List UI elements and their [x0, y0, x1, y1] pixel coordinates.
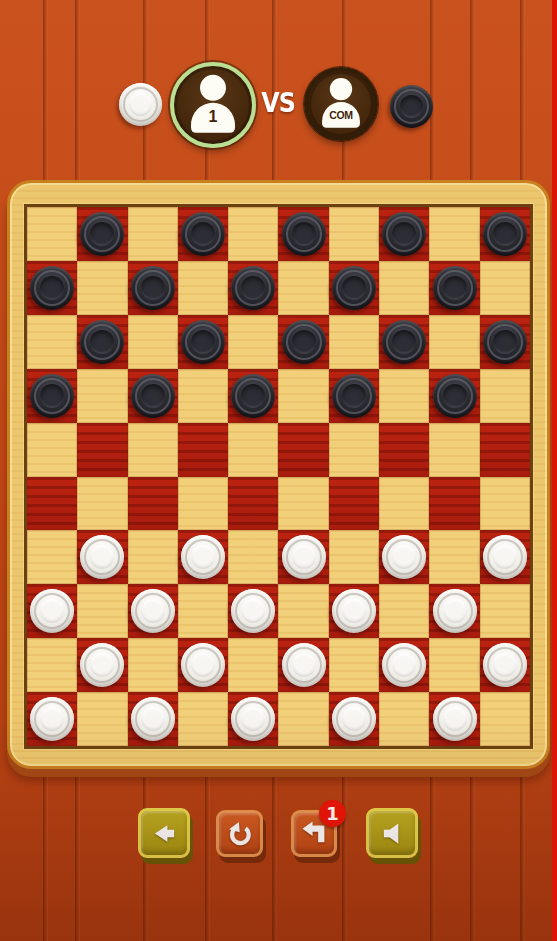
- player-avatar: 1: [170, 62, 256, 148]
- white-piece[interactable]: [80, 535, 124, 579]
- board-square[interactable]: [329, 315, 379, 369]
- black-piece[interactable]: [80, 212, 124, 256]
- board-square[interactable]: [228, 207, 278, 261]
- sound-button[interactable]: [366, 808, 418, 858]
- board-square[interactable]: [329, 423, 379, 477]
- board-square[interactable]: [429, 584, 479, 638]
- board-square[interactable]: [329, 584, 379, 638]
- board-square[interactable]: [178, 261, 228, 315]
- right-edge-strip: [552, 0, 557, 941]
- board-square[interactable]: [278, 207, 328, 261]
- board-square[interactable]: [77, 584, 127, 638]
- board-square[interactable]: [128, 369, 178, 423]
- opponent-avatar: COM: [304, 67, 378, 141]
- board-square[interactable]: [480, 477, 530, 531]
- board-square[interactable]: [278, 477, 328, 531]
- white-piece[interactable]: [483, 535, 527, 579]
- board-square[interactable]: [77, 369, 127, 423]
- board-square[interactable]: [429, 207, 479, 261]
- board-square[interactable]: [480, 584, 530, 638]
- black-piece[interactable]: [332, 374, 376, 418]
- black-piece[interactable]: [131, 374, 175, 418]
- board-square[interactable]: [77, 261, 127, 315]
- board-square[interactable]: [27, 638, 77, 692]
- checkers-board-frame: [7, 180, 550, 769]
- board-square[interactable]: [128, 638, 178, 692]
- black-piece[interactable]: [483, 212, 527, 256]
- white-piece[interactable]: [181, 643, 225, 687]
- white-piece[interactable]: [131, 589, 175, 633]
- white-piece[interactable]: [30, 589, 74, 633]
- match-header: 1 VS COM: [0, 0, 557, 180]
- black-piece[interactable]: [433, 266, 477, 310]
- board-square[interactable]: [27, 477, 77, 531]
- board-square[interactable]: [77, 423, 127, 477]
- board-square[interactable]: [480, 315, 530, 369]
- board-square[interactable]: [480, 423, 530, 477]
- board-square[interactable]: [228, 315, 278, 369]
- board-square[interactable]: [429, 477, 479, 531]
- board-square[interactable]: [27, 530, 77, 584]
- board-square[interactable]: [178, 369, 228, 423]
- board-square[interactable]: [278, 315, 328, 369]
- black-piece[interactable]: [433, 374, 477, 418]
- board-square[interactable]: [27, 584, 77, 638]
- restart-icon: [226, 820, 253, 847]
- white-piece[interactable]: [80, 643, 124, 687]
- board-square[interactable]: [480, 638, 530, 692]
- board-square[interactable]: [379, 423, 429, 477]
- board-square[interactable]: [429, 692, 479, 746]
- back-button[interactable]: [138, 808, 190, 858]
- black-piece[interactable]: [30, 374, 74, 418]
- board-square[interactable]: [429, 530, 479, 584]
- board-square[interactable]: [27, 207, 77, 261]
- board-square[interactable]: [178, 315, 228, 369]
- board-square[interactable]: [178, 423, 228, 477]
- board-square[interactable]: [278, 369, 328, 423]
- black-piece[interactable]: [282, 320, 326, 364]
- board-square[interactable]: [228, 423, 278, 477]
- board-square[interactable]: [278, 530, 328, 584]
- board-square[interactable]: [27, 692, 77, 746]
- black-piece[interactable]: [80, 320, 124, 364]
- board-square[interactable]: [429, 315, 479, 369]
- board-square[interactable]: [228, 530, 278, 584]
- board-square[interactable]: [77, 315, 127, 369]
- speaker-icon: [379, 820, 406, 847]
- board-square[interactable]: [480, 692, 530, 746]
- black-piece[interactable]: [231, 266, 275, 310]
- board-square[interactable]: [278, 261, 328, 315]
- board-square[interactable]: [77, 207, 127, 261]
- board-square[interactable]: [379, 477, 429, 531]
- board-square[interactable]: [480, 261, 530, 315]
- white-piece[interactable]: [231, 589, 275, 633]
- board-square[interactable]: [480, 207, 530, 261]
- board-square[interactable]: [278, 584, 328, 638]
- board-square[interactable]: [128, 315, 178, 369]
- board-square[interactable]: [429, 423, 479, 477]
- board-square[interactable]: [77, 530, 127, 584]
- board-square[interactable]: [178, 584, 228, 638]
- white-piece[interactable]: [332, 589, 376, 633]
- board-square[interactable]: [278, 692, 328, 746]
- white-piece[interactable]: [433, 589, 477, 633]
- board-square[interactable]: [379, 261, 429, 315]
- board-grid: [24, 204, 533, 749]
- white-piece[interactable]: [382, 643, 426, 687]
- undo-button[interactable]: 1: [291, 810, 337, 857]
- black-piece[interactable]: [382, 212, 426, 256]
- board-square[interactable]: [480, 369, 530, 423]
- opponent-avatar-label: COM: [329, 109, 353, 121]
- black-checker-indicator: [390, 85, 433, 128]
- restart-button[interactable]: [216, 810, 263, 857]
- vs-label: VS: [255, 87, 301, 118]
- board-square[interactable]: [178, 477, 228, 531]
- board-square[interactable]: [329, 369, 379, 423]
- black-piece[interactable]: [131, 266, 175, 310]
- board-square[interactable]: [178, 638, 228, 692]
- board-square[interactable]: [329, 477, 379, 531]
- board-square[interactable]: [128, 530, 178, 584]
- game-screen: 1 VS COM 1: [0, 0, 557, 941]
- board-square[interactable]: [379, 315, 429, 369]
- undo-count-badge: 1: [319, 800, 346, 827]
- white-piece[interactable]: [382, 535, 426, 579]
- white-piece[interactable]: [30, 697, 74, 741]
- player-avatar-label: 1: [209, 108, 218, 126]
- white-piece[interactable]: [282, 643, 326, 687]
- black-piece[interactable]: [181, 212, 225, 256]
- black-piece[interactable]: [382, 320, 426, 364]
- white-piece[interactable]: [332, 697, 376, 741]
- white-piece[interactable]: [131, 697, 175, 741]
- board-square[interactable]: [379, 692, 429, 746]
- white-piece[interactable]: [483, 643, 527, 687]
- white-piece[interactable]: [433, 697, 477, 741]
- board-square[interactable]: [329, 638, 379, 692]
- board-square[interactable]: [128, 477, 178, 531]
- board-square[interactable]: [77, 692, 127, 746]
- board-square[interactable]: [178, 692, 228, 746]
- board-square[interactable]: [429, 369, 479, 423]
- board-square[interactable]: [379, 530, 429, 584]
- board-square[interactable]: [27, 423, 77, 477]
- board-square[interactable]: [77, 638, 127, 692]
- board-square[interactable]: [329, 207, 379, 261]
- black-piece[interactable]: [282, 212, 326, 256]
- board-square[interactable]: [379, 207, 429, 261]
- black-piece[interactable]: [483, 320, 527, 364]
- board-square[interactable]: [178, 530, 228, 584]
- black-piece[interactable]: [332, 266, 376, 310]
- black-piece[interactable]: [181, 320, 225, 364]
- board-square[interactable]: [429, 638, 479, 692]
- board-square[interactable]: [178, 207, 228, 261]
- board-square[interactable]: [228, 584, 278, 638]
- board-square[interactable]: [228, 638, 278, 692]
- board-square[interactable]: [228, 477, 278, 531]
- board-square[interactable]: [27, 261, 77, 315]
- board-square[interactable]: [128, 261, 178, 315]
- board-square[interactable]: [379, 638, 429, 692]
- board-square[interactable]: [228, 261, 278, 315]
- board-square[interactable]: [379, 369, 429, 423]
- board-square[interactable]: [27, 315, 77, 369]
- board-square[interactable]: [128, 692, 178, 746]
- board-square[interactable]: [128, 423, 178, 477]
- board-square[interactable]: [228, 369, 278, 423]
- black-piece[interactable]: [231, 374, 275, 418]
- board-square[interactable]: [379, 584, 429, 638]
- white-piece[interactable]: [181, 535, 225, 579]
- board-square[interactable]: [228, 692, 278, 746]
- back-arrow-icon: [151, 820, 178, 847]
- black-piece[interactable]: [30, 266, 74, 310]
- board-square[interactable]: [329, 530, 379, 584]
- white-checker-indicator: [119, 83, 162, 126]
- board-square[interactable]: [27, 369, 77, 423]
- white-piece[interactable]: [282, 535, 326, 579]
- board-square[interactable]: [329, 692, 379, 746]
- board-square[interactable]: [77, 477, 127, 531]
- board-square[interactable]: [128, 207, 178, 261]
- board-square[interactable]: [429, 261, 479, 315]
- board-square[interactable]: [480, 530, 530, 584]
- board-square[interactable]: [329, 261, 379, 315]
- board-square[interactable]: [128, 584, 178, 638]
- board-square[interactable]: [278, 638, 328, 692]
- board-square[interactable]: [278, 423, 328, 477]
- white-piece[interactable]: [231, 697, 275, 741]
